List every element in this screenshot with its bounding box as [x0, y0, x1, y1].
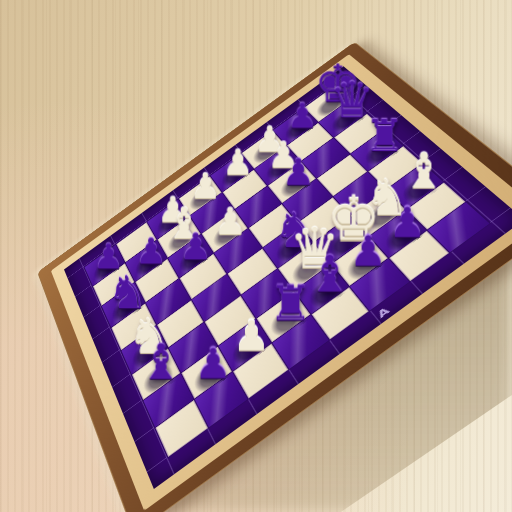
- purple-bishop[interactable]: ♝: [139, 337, 184, 386]
- coordinate-label: A: [375, 305, 392, 321]
- white-pawn[interactable]: ♟: [210, 203, 251, 240]
- purple-pawn[interactable]: ♟: [278, 154, 319, 191]
- wood-table: A ♟♟♟♟♟♟♚♟♝♟♛♞♟♟♟♜♞♞♝♛♚♞♝♟♟♜♝♟♟: [0, 0, 512, 512]
